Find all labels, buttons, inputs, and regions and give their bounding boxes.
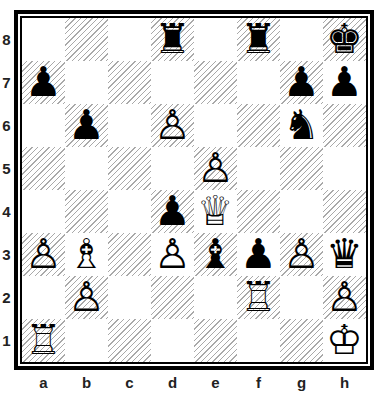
square-e6[interactable] bbox=[194, 104, 237, 147]
file-label-g: g bbox=[280, 374, 323, 391]
piece-white-pawn: ♙ bbox=[326, 276, 363, 319]
piece-black-pawn: ♟ bbox=[240, 233, 277, 276]
rank-label-4: 4 bbox=[0, 190, 13, 233]
rank-label-8: 8 bbox=[0, 18, 13, 61]
square-d5[interactable] bbox=[151, 147, 194, 190]
piece-black-pawn: ♟ bbox=[283, 61, 320, 104]
square-h8[interactable]: ♚ bbox=[323, 18, 366, 61]
square-g8[interactable] bbox=[280, 18, 323, 61]
square-a6[interactable] bbox=[22, 104, 65, 147]
piece-white-queen: ♕ bbox=[197, 190, 234, 233]
square-h5[interactable] bbox=[323, 147, 366, 190]
rank-label-7: 7 bbox=[0, 61, 13, 104]
square-f5[interactable] bbox=[237, 147, 280, 190]
square-e4[interactable]: ♕ bbox=[194, 190, 237, 233]
file-label-b: b bbox=[65, 374, 108, 391]
square-g1[interactable] bbox=[280, 319, 323, 362]
rank-labels: 87654321 bbox=[0, 18, 13, 362]
square-d2[interactable] bbox=[151, 276, 194, 319]
square-d6[interactable]: ♙ bbox=[151, 104, 194, 147]
board-grid: ♜♜♚♟♟♟♟♙♞♙♟♕♙♗♙♝♟♙♛♙♖♙♖♔ bbox=[22, 18, 366, 362]
square-a2[interactable] bbox=[22, 276, 65, 319]
file-label-h: h bbox=[323, 374, 366, 391]
board-inner: ♜♜♚♟♟♟♟♙♞♙♟♕♙♗♙♝♟♙♛♙♖♙♖♔ bbox=[20, 16, 368, 364]
square-d8[interactable]: ♜ bbox=[151, 18, 194, 61]
piece-black-pawn: ♟ bbox=[326, 61, 363, 104]
square-h6[interactable] bbox=[323, 104, 366, 147]
piece-black-pawn: ♟ bbox=[68, 104, 105, 147]
square-g5[interactable] bbox=[280, 147, 323, 190]
square-b1[interactable] bbox=[65, 319, 108, 362]
square-e5[interactable]: ♙ bbox=[194, 147, 237, 190]
piece-white-pawn: ♙ bbox=[25, 233, 62, 276]
piece-black-bishop: ♝ bbox=[197, 233, 234, 276]
piece-black-rook: ♜ bbox=[154, 18, 191, 61]
square-c4[interactable] bbox=[108, 190, 151, 233]
square-f6[interactable] bbox=[237, 104, 280, 147]
piece-black-king: ♚ bbox=[326, 18, 363, 61]
square-g7[interactable]: ♟ bbox=[280, 61, 323, 104]
chess-diagram: 87654321 ♜♜♚♟♟♟♟♙♞♙♟♕♙♗♙♝♟♙♛♙♖♙♖♔ abcdef… bbox=[0, 0, 387, 394]
piece-white-pawn: ♙ bbox=[154, 233, 191, 276]
square-c6[interactable] bbox=[108, 104, 151, 147]
square-f1[interactable] bbox=[237, 319, 280, 362]
piece-black-pawn: ♟ bbox=[154, 190, 191, 233]
file-label-e: e bbox=[194, 374, 237, 391]
square-g3[interactable]: ♙ bbox=[280, 233, 323, 276]
piece-black-rook: ♜ bbox=[240, 18, 277, 61]
square-g2[interactable] bbox=[280, 276, 323, 319]
rank-label-2: 2 bbox=[0, 276, 13, 319]
square-h3[interactable]: ♛ bbox=[323, 233, 366, 276]
square-a5[interactable] bbox=[22, 147, 65, 190]
piece-white-king: ♔ bbox=[326, 319, 363, 362]
square-a3[interactable]: ♙ bbox=[22, 233, 65, 276]
square-c5[interactable] bbox=[108, 147, 151, 190]
square-b8[interactable] bbox=[65, 18, 108, 61]
square-f3[interactable]: ♟ bbox=[237, 233, 280, 276]
square-f2[interactable]: ♖ bbox=[237, 276, 280, 319]
file-label-f: f bbox=[237, 374, 280, 391]
rank-label-1: 1 bbox=[0, 319, 13, 362]
piece-white-pawn: ♙ bbox=[283, 233, 320, 276]
square-e2[interactable] bbox=[194, 276, 237, 319]
rank-label-6: 6 bbox=[0, 104, 13, 147]
square-e8[interactable] bbox=[194, 18, 237, 61]
square-h1[interactable]: ♔ bbox=[323, 319, 366, 362]
square-b2[interactable]: ♙ bbox=[65, 276, 108, 319]
square-a1[interactable]: ♖ bbox=[22, 319, 65, 362]
file-labels: abcdefgh bbox=[22, 371, 366, 393]
square-b4[interactable] bbox=[65, 190, 108, 233]
square-c3[interactable] bbox=[108, 233, 151, 276]
square-h7[interactable]: ♟ bbox=[323, 61, 366, 104]
square-b7[interactable] bbox=[65, 61, 108, 104]
square-d7[interactable] bbox=[151, 61, 194, 104]
piece-black-knight: ♞ bbox=[283, 104, 320, 147]
square-f7[interactable] bbox=[237, 61, 280, 104]
file-label-d: d bbox=[151, 374, 194, 391]
square-g4[interactable] bbox=[280, 190, 323, 233]
piece-white-rook: ♖ bbox=[25, 319, 62, 362]
square-c8[interactable] bbox=[108, 18, 151, 61]
piece-white-rook: ♖ bbox=[240, 276, 277, 319]
piece-white-pawn: ♙ bbox=[197, 147, 234, 190]
square-e3[interactable]: ♝ bbox=[194, 233, 237, 276]
square-a4[interactable] bbox=[22, 190, 65, 233]
square-a8[interactable] bbox=[22, 18, 65, 61]
piece-white-bishop: ♗ bbox=[68, 233, 105, 276]
square-c1[interactable] bbox=[108, 319, 151, 362]
square-b3[interactable]: ♗ bbox=[65, 233, 108, 276]
square-a7[interactable]: ♟ bbox=[22, 61, 65, 104]
file-label-a: a bbox=[22, 374, 65, 391]
square-c7[interactable] bbox=[108, 61, 151, 104]
piece-white-pawn: ♙ bbox=[154, 104, 191, 147]
piece-black-pawn: ♟ bbox=[25, 61, 62, 104]
rank-label-3: 3 bbox=[0, 233, 13, 276]
square-e7[interactable] bbox=[194, 61, 237, 104]
board-frame: ♜♜♚♟♟♟♟♙♞♙♟♕♙♗♙♝♟♙♛♙♖♙♖♔ bbox=[14, 10, 374, 370]
square-c2[interactable] bbox=[108, 276, 151, 319]
square-e1[interactable] bbox=[194, 319, 237, 362]
square-d4[interactable]: ♟ bbox=[151, 190, 194, 233]
square-h2[interactable]: ♙ bbox=[323, 276, 366, 319]
square-f4[interactable] bbox=[237, 190, 280, 233]
square-d3[interactable]: ♙ bbox=[151, 233, 194, 276]
square-b6[interactable]: ♟ bbox=[65, 104, 108, 147]
square-h4[interactable] bbox=[323, 190, 366, 233]
file-label-c: c bbox=[108, 374, 151, 391]
square-b5[interactable] bbox=[65, 147, 108, 190]
square-g6[interactable]: ♞ bbox=[280, 104, 323, 147]
piece-white-pawn: ♙ bbox=[68, 276, 105, 319]
rank-label-5: 5 bbox=[0, 147, 13, 190]
square-f8[interactable]: ♜ bbox=[237, 18, 280, 61]
piece-black-queen: ♛ bbox=[326, 233, 363, 276]
square-d1[interactable] bbox=[151, 319, 194, 362]
